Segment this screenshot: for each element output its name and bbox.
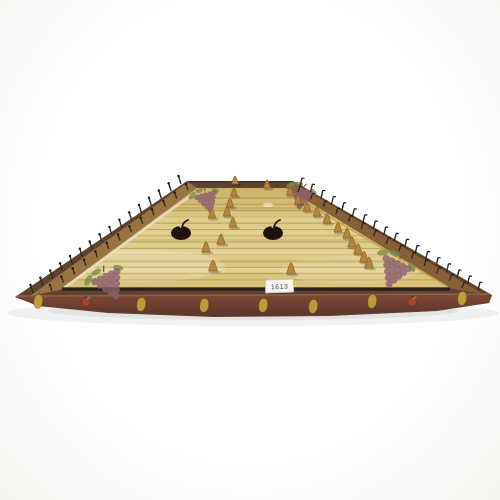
pin-head	[118, 218, 120, 220]
pin-head	[69, 255, 71, 257]
pin-head	[148, 197, 150, 199]
pin-head	[177, 175, 179, 177]
tuning-pin	[159, 191, 162, 199]
pin-hook	[426, 260, 429, 261]
pin-hook	[323, 190, 326, 191]
tuning-pin	[373, 221, 375, 229]
pin-head	[49, 284, 51, 286]
pin-head	[49, 269, 51, 271]
tuning-pin	[149, 198, 152, 206]
pin-head	[79, 247, 81, 249]
pin-hook	[407, 239, 410, 240]
pin-hook	[459, 270, 462, 271]
stem	[304, 183, 307, 187]
tuning-pin	[363, 215, 365, 223]
pin-head	[89, 240, 91, 242]
pin-hook	[480, 282, 483, 283]
pin-head	[151, 208, 153, 210]
grain-streak	[45, 216, 468, 221]
pin-hook	[464, 282, 467, 283]
pin-hook	[325, 201, 328, 202]
auction-photo: 1613	[0, 0, 500, 500]
tuning-pin	[394, 233, 396, 241]
pin-hook	[470, 276, 473, 277]
tuning-pin	[331, 196, 333, 204]
pin-head	[128, 211, 130, 213]
pin-head	[138, 204, 140, 206]
tuning-pin	[384, 227, 386, 235]
pin-head	[29, 284, 31, 286]
tuning-pin	[321, 190, 323, 198]
pin-head	[98, 233, 100, 235]
pin-hook	[449, 264, 452, 265]
pin-hook	[439, 267, 442, 268]
pin-hook	[344, 202, 347, 203]
pin-head	[139, 216, 141, 218]
pin-head	[105, 242, 107, 244]
scuff-mark	[263, 203, 273, 207]
pin-hook	[386, 227, 389, 228]
pin-hook	[312, 184, 315, 185]
pin-head	[185, 183, 187, 185]
tuning-pin	[169, 183, 172, 191]
pin-head	[117, 233, 119, 235]
pin-hook	[375, 221, 378, 222]
pin-head	[71, 267, 73, 269]
pin-head	[39, 277, 41, 279]
pin-hook	[338, 208, 341, 209]
pin-head	[128, 225, 130, 227]
pin-hook	[302, 178, 305, 179]
pin-head	[158, 189, 160, 191]
pin-hook	[313, 193, 316, 194]
pin-hook	[396, 233, 399, 234]
pin-hook	[428, 251, 431, 252]
pin-hook	[365, 215, 368, 216]
pin-hook	[354, 209, 357, 210]
tuning-pin	[139, 205, 142, 213]
grain-streak	[45, 207, 468, 210]
pin-hook	[451, 275, 454, 276]
pin-head	[60, 275, 62, 277]
pin-hook	[363, 223, 366, 224]
lot-number: 1613	[271, 282, 289, 290]
hole-opening	[263, 226, 283, 240]
lot-sticker: 1613	[265, 278, 294, 293]
pin-hook	[388, 238, 391, 239]
pin-hook	[300, 186, 303, 187]
pin-hook	[333, 196, 336, 197]
pin-head	[94, 250, 96, 252]
bridge-cone	[232, 176, 239, 184]
pin-hook	[414, 252, 417, 253]
pin-head	[108, 226, 110, 228]
tuning-pin	[179, 176, 182, 184]
pin-hook	[350, 216, 353, 217]
hole-opening	[171, 226, 191, 240]
pin-hook	[401, 245, 404, 246]
pin-head	[162, 200, 164, 202]
pin-head	[59, 262, 61, 264]
pin-hook	[376, 230, 379, 231]
pin-hook	[438, 258, 441, 259]
pin-hook	[417, 245, 420, 246]
pin-head	[167, 182, 169, 184]
pin-head	[173, 191, 175, 193]
dulcimer-illustration	[0, 0, 500, 500]
tuning-pin	[342, 202, 344, 210]
pin-head	[83, 259, 85, 261]
tuning-pin	[129, 212, 132, 220]
